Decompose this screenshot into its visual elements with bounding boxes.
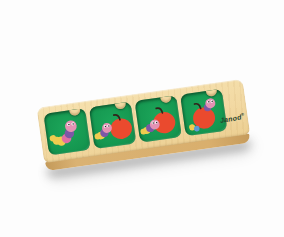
puzzle-board: Janod® <box>36 79 251 172</box>
worm-and-apple-icon <box>89 102 136 149</box>
registered-mark: ® <box>241 112 245 117</box>
apple-icon <box>109 113 134 141</box>
puzzle-piece-worm-emerged[interactable] <box>180 89 227 136</box>
puzzle-piece-worm-crawling[interactable] <box>43 108 90 155</box>
worm-and-apple-icon <box>135 95 182 142</box>
product-photo-scene: Janod® <box>0 0 284 237</box>
worm-and-apple-icon <box>180 89 227 136</box>
brand-label: Janod <box>220 113 243 124</box>
worm-icon <box>93 122 113 140</box>
puzzle-piece-worm-beside-apple[interactable] <box>89 102 136 149</box>
worm-icon <box>43 108 90 155</box>
worm-icon <box>139 119 161 135</box>
puzzle-piece-worm-burrowing[interactable] <box>135 95 182 142</box>
